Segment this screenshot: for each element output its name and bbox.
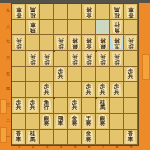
board-cell-7二[interactable]: 銀将 [96,114,110,130]
board-cell-5四[interactable] [68,82,82,98]
board-cell-8一[interactable] [110,130,124,146]
piece-kanji: 将 [86,121,92,127]
shogi-piece-gote-歩[interactable]: 歩兵 [27,99,39,113]
shogi-piece-sente-歩[interactable]: 歩兵 [13,36,25,50]
piece-kanji: 将 [86,137,92,143]
piece-kanji: 車 [30,21,36,27]
piece-kanji: 兵 [128,37,134,43]
file-label: 8 [110,145,124,150]
board-cell-6六[interactable]: 歩兵 [82,51,96,67]
piece-kanji: 将 [86,37,92,43]
board-cell-5七[interactable]: 銀将 [68,35,82,51]
shogi-piece-sente-歩[interactable]: 歩兵 [41,52,53,66]
shogi-piece-gote-香[interactable]: 香車 [13,130,25,144]
board-cell-1九[interactable]: 香車 [12,4,26,20]
piece-kanji: 馬 [30,6,36,12]
piece-kanji: 兵 [30,53,36,59]
board-cell-1八[interactable] [12,20,26,36]
shogi-piece-sente-歩[interactable]: 歩兵 [55,36,67,50]
file-label: 4 [54,145,68,150]
board-cell-4六[interactable] [54,51,68,67]
board-cell-6七[interactable]: 金将 [82,35,96,51]
file-label: 3 [40,145,54,150]
right-tray-tab[interactable] [142,54,150,80]
piece-kanji: 兵 [86,53,92,59]
board-cell-5三[interactable]: 歩兵 [68,98,82,114]
board-cell-4四[interactable] [54,82,68,98]
shogi-piece-gote-歩[interactable]: 歩兵 [111,83,123,97]
board-cell-1三[interactable]: 歩兵 [12,98,26,114]
board-cell-8四[interactable]: 歩兵 [110,82,124,98]
piece-kanji: 兵 [128,74,134,80]
piece-kanji: 将 [44,121,50,127]
piece-kanji: 車 [58,121,64,127]
file-labels: 123456789 [12,145,138,150]
board-cell-8九[interactable]: 桂馬 [110,4,124,20]
shogi-piece-sente-歩[interactable]: 歩兵 [83,52,95,66]
board-cell-7一[interactable] [96,130,110,146]
board-cell-6九[interactable]: 金将 [82,4,96,20]
board-cell-4八[interactable] [54,20,68,36]
shogi-piece-gote-歩[interactable]: 歩兵 [97,83,109,97]
piece-kanji: 兵 [44,90,50,96]
board-cell-6二[interactable]: 王将 [82,114,96,130]
board-cell-7三[interactable]: 桂馬 [96,98,110,114]
board-cell-3九[interactable] [40,4,54,20]
shogi-piece-sente-歩[interactable]: 歩兵 [125,36,137,50]
board-cell-3七[interactable] [40,35,54,51]
shogi-piece-sente-金[interactable]: 金将 [83,5,95,19]
board-cell-1五[interactable] [12,67,26,83]
piece-kanji: 馬 [30,137,36,143]
board-cell-7七[interactable]: 銀将 [96,35,110,51]
piece-kanji: 将 [100,37,106,43]
piece-kanji: 兵 [16,37,22,43]
shogi-piece-sente-角[interactable]: 角行 [111,20,123,34]
board-cell-8七[interactable]: 玉将 [110,35,124,51]
board-cell-5一[interactable] [68,130,82,146]
piece-kanji: 将 [100,121,106,127]
file-label: 2 [26,145,40,150]
piece-kanji: 将 [86,6,92,12]
board-cell-6八[interactable] [82,20,96,36]
board-cell-5五[interactable] [68,67,82,83]
board-cell-2三[interactable]: 歩兵 [26,98,40,114]
piece-kanji: 行 [44,105,50,111]
shogi-app-screen: { "game": "shogi", "orientation": "gote-… [0,0,150,150]
piece-kanji: 将 [114,37,120,43]
piece-kanji: 飛 [30,27,36,33]
piece-kanji: 馬 [114,6,120,12]
piece-kanji: 兵 [72,105,78,111]
shogi-piece-gote-歩[interactable]: 歩兵 [55,67,67,81]
shogi-piece-sente-歩[interactable]: 歩兵 [69,52,81,66]
piece-kanji: 馬 [100,105,106,111]
piece-kanji: 角 [114,27,120,33]
board-cell-2四[interactable] [26,82,40,98]
board-cell-5八[interactable] [68,20,82,36]
board-cell-7九[interactable] [96,4,110,20]
board-cell-4九[interactable] [54,4,68,20]
shogi-piece-gote-香[interactable]: 香車 [125,130,137,144]
piece-kanji: 兵 [16,105,22,111]
board-cell-3三[interactable]: 角行 [40,98,54,114]
board-cell-3一[interactable] [40,130,54,146]
board-cell-4五[interactable]: 歩兵 [54,67,68,83]
shogi-piece-sente-銀[interactable]: 銀将 [69,36,81,50]
board-cell-9八[interactable] [124,20,138,36]
shogi-piece-gote-歩[interactable]: 歩兵 [41,83,53,97]
shogi-piece-sente-玉[interactable]: 玉将 [111,36,123,50]
file-label: 9 [124,145,138,150]
board-cell-4二[interactable]: 飛車 [54,114,68,130]
board-cell-8五[interactable] [110,67,124,83]
board-cell-9三[interactable] [124,98,138,114]
shogi-piece-sente-香[interactable]: 香車 [125,5,137,19]
board-cell-6五[interactable] [82,67,96,83]
board-cell-1六[interactable] [12,51,26,67]
file-label: 7 [96,145,110,150]
board-cell-3五[interactable] [40,67,54,83]
shogi-piece-sente-歩[interactable]: 歩兵 [27,52,39,66]
shogi-piece-gote-歩[interactable]: 歩兵 [69,99,81,113]
board-cell-5二[interactable]: 金将 [68,114,82,130]
piece-kanji: 兵 [114,90,120,96]
shogi-piece-gote-飛[interactable]: 飛車 [55,114,67,128]
board-cell-7四[interactable]: 歩兵 [96,82,110,98]
shogi-piece-gote-歩[interactable]: 歩兵 [83,83,95,97]
piece-kanji: 車 [128,137,134,143]
board-cell-9七[interactable]: 歩兵 [124,35,138,51]
board-cell-4七[interactable]: 歩兵 [54,35,68,51]
shogi-board[interactable]: 香車桂馬金将桂馬香車飛車角行歩兵歩兵銀将金将銀将玉将歩兵歩兵歩兵歩兵歩兵歩兵歩兵… [11,3,139,146]
piece-kanji: 兵 [114,53,120,59]
shogi-piece-gote-銀[interactable]: 銀将 [41,114,53,128]
file-label: 1 [12,145,26,150]
board-cell-9一[interactable]: 香車 [124,130,138,146]
board-cell-7八[interactable] [96,20,110,36]
shogi-piece-sente-飛[interactable]: 飛車 [27,20,39,34]
piece-kanji: 行 [114,21,120,27]
piece-kanji: 車 [16,137,22,143]
board-cell-1一[interactable]: 香車 [12,130,26,146]
board-cell-2六[interactable]: 歩兵 [26,51,40,67]
board-cell-9六[interactable] [124,51,138,67]
piece-kanji: 兵 [58,74,64,80]
board-cell-3二[interactable]: 銀将 [40,114,54,130]
board-cell-1四[interactable] [12,82,26,98]
board-cell-4三[interactable] [54,98,68,114]
shogi-piece-sente-歩[interactable]: 歩兵 [97,52,109,66]
shogi-piece-sente-桂[interactable]: 桂馬 [111,5,123,19]
board-cell-3四[interactable]: 歩兵 [40,82,54,98]
shogi-piece-gote-歩[interactable]: 歩兵 [13,99,25,113]
shogi-piece-gote-歩[interactable]: 歩兵 [125,67,137,81]
shogi-piece-gote-銀[interactable]: 銀将 [97,114,109,128]
board-cell-1七[interactable]: 歩兵 [12,35,26,51]
board-cell-6三[interactable] [82,98,96,114]
board-cell-6一[interactable]: 金将 [82,130,96,146]
board-cell-3八[interactable] [40,20,54,36]
piece-kanji: 将 [72,121,78,127]
piece-kanji: 兵 [86,90,92,96]
board-cell-9四[interactable] [124,82,138,98]
board-cell-8二[interactable] [110,114,124,130]
board-cell-6四[interactable]: 歩兵 [82,82,96,98]
board-cell-2七[interactable] [26,35,40,51]
piece-kanji: 兵 [44,53,50,59]
board-cell-3六[interactable]: 歩兵 [40,51,54,67]
file-label: 6 [82,145,96,150]
board-cell-1二[interactable] [12,114,26,130]
board-cell-2九[interactable]: 桂馬 [26,4,40,20]
board-cell-2五[interactable] [26,67,40,83]
piece-kanji: 兵 [30,105,36,111]
board-cell-2二[interactable] [26,114,40,130]
shogi-piece-gote-桂[interactable]: 桂馬 [27,130,39,144]
piece-kanji: 兵 [58,37,64,43]
shogi-piece-gote-王[interactable]: 王将 [83,114,95,128]
shogi-piece-gote-金[interactable]: 金将 [83,130,95,144]
board-cell-5六[interactable]: 歩兵 [68,51,82,67]
board-cell-8八[interactable]: 角行 [110,20,124,36]
board-cell-9五[interactable]: 歩兵 [124,67,138,83]
board-cell-5九[interactable] [68,4,82,20]
shogi-piece-sente-銀[interactable]: 銀将 [97,36,109,50]
board-cell-8三[interactable] [110,98,124,114]
board-cell-7六[interactable]: 歩兵 [96,51,110,67]
board-cell-7五[interactable] [96,67,110,83]
board-cell-8六[interactable]: 歩兵 [110,51,124,67]
board-cell-2八[interactable]: 飛車 [26,20,40,36]
shogi-piece-gote-金[interactable]: 金将 [69,114,81,128]
piece-kanji: 将 [72,37,78,43]
piece-kanji: 兵 [72,53,78,59]
file-label: 5 [68,145,82,150]
shogi-piece-sente-金[interactable]: 金将 [83,36,95,50]
shogi-piece-gote-角[interactable]: 角行 [41,99,53,113]
board-cell-2一[interactable]: 桂馬 [26,130,40,146]
board-cell-9二[interactable] [124,114,138,130]
piece-kanji: 兵 [100,53,106,59]
piece-kanji: 兵 [100,90,106,96]
shogi-piece-gote-桂[interactable]: 桂馬 [97,99,109,113]
shogi-piece-sente-歩[interactable]: 歩兵 [111,52,123,66]
board-cell-4一[interactable] [54,130,68,146]
shogi-piece-sente-香[interactable]: 香車 [13,5,25,19]
shogi-piece-sente-桂[interactable]: 桂馬 [27,5,39,19]
piece-kanji: 車 [16,6,22,12]
piece-kanji: 車 [128,6,134,12]
board-cell-9九[interactable]: 香車 [124,4,138,20]
